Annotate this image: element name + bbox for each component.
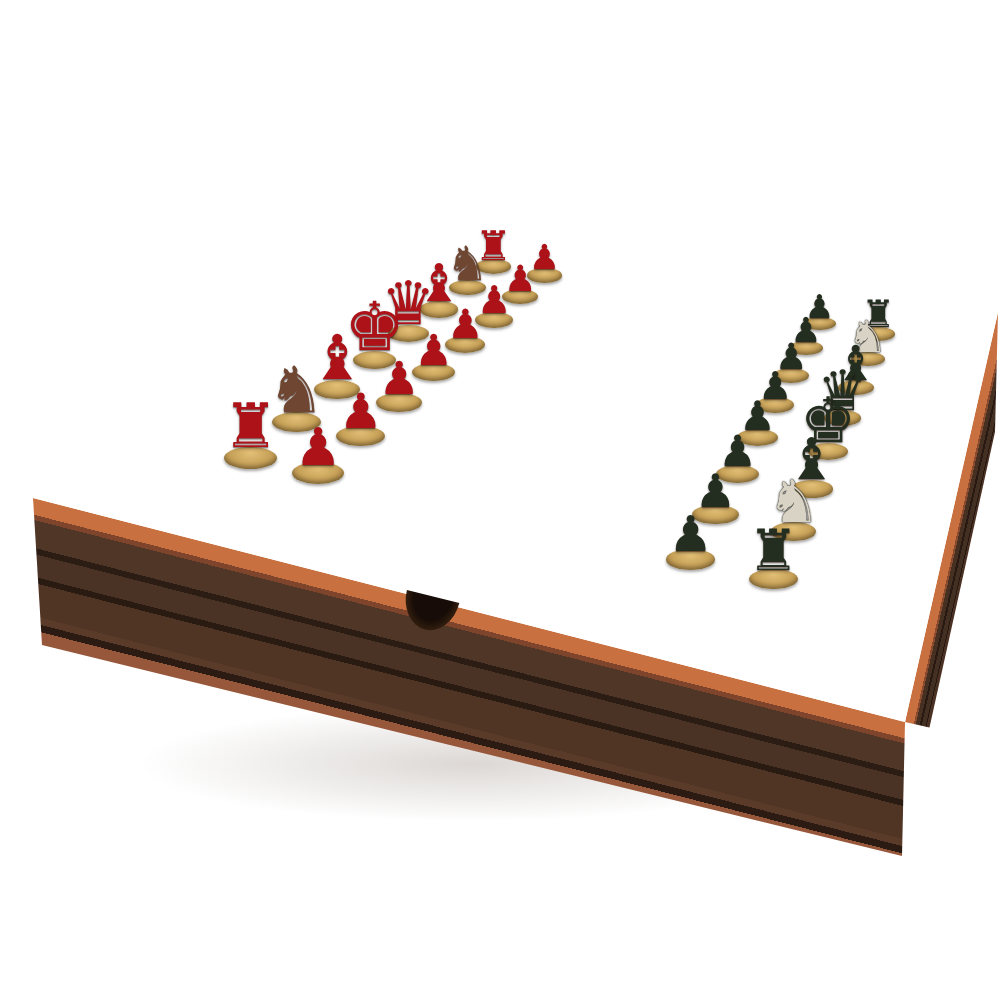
pawn-glyph: ♟ [721,340,861,373]
pawn-glyph: ♟ [705,368,845,403]
piece-base [502,289,538,304]
king-glyph: ♚ [304,296,444,358]
piece-base [824,410,862,426]
piece-base [771,522,816,541]
square-d6 [667,371,751,413]
piece-base [851,352,885,366]
piece-base [292,462,344,484]
pawn-glyph: ♟ [450,262,590,295]
square-h2 [261,446,374,501]
knight-glyph: ♞ [397,242,537,286]
piece-base [412,363,455,381]
square-e6 [644,400,733,447]
square-f6 [618,433,713,485]
square-a7 [784,307,855,341]
piece-base [376,393,422,412]
pawn-glyph: ♟ [645,470,785,512]
square-b4 [592,300,669,334]
square-e7 [713,413,801,461]
square-a4 [614,279,688,310]
piece-base [475,312,513,328]
piece-base [862,327,894,341]
knight-glyph: ♞ [724,475,864,529]
piece-base [314,380,360,399]
knight-glyph: ♞ [226,361,366,420]
square-b5 [649,310,726,345]
queen-glyph: ♛ [773,365,913,416]
square-d3 [480,337,567,376]
square-f8 [766,462,858,517]
square-g2 [308,411,414,461]
square-e4 [512,375,603,419]
piece-base [773,368,809,383]
piece-base [716,465,759,483]
finger-notch-far [646,247,685,262]
square-b7 [769,330,844,367]
piece-base [803,317,836,331]
square-b6 [708,320,784,356]
bishop-glyph: ♝ [786,341,926,385]
pawn-glyph: ♟ [668,432,808,472]
square-a5 [669,288,742,320]
square-d2 [421,326,509,363]
queen-glyph: ♛ [338,276,478,331]
piece-base [476,259,511,274]
pawn-glyph: ♟ [749,292,889,322]
square-a6 [726,297,798,330]
square-c7 [752,355,831,395]
square-b3 [536,290,614,323]
piece-base [737,429,778,446]
pawn-glyph: ♟ [248,423,388,471]
square-f7 [691,447,785,500]
pawn-glyph: ♟ [687,398,827,435]
square-c8 [817,367,895,408]
piece-base [791,480,834,498]
square-c1 [397,293,481,326]
square-c3 [509,313,591,348]
square-g4 [444,439,548,492]
square-b2 [481,281,560,313]
square-a2 [507,261,582,290]
rook-glyph: ♜ [181,398,321,455]
square-g3 [375,425,480,476]
square-g7 [665,484,765,544]
piece-base [272,412,321,433]
bishop-glyph: ♝ [742,434,882,487]
square-g5 [515,454,618,509]
square-g1 [243,398,350,446]
piece-base [420,301,459,317]
square-e5 [577,388,668,433]
square-c4 [567,323,649,359]
square-e3 [449,363,541,405]
square-a1 [456,253,532,281]
scene: ♜♞♝♛♚♝♞♜♟♟♟♟♟♟♟♟♟♟♟♟♟♟♟♟♜♞♝♛♚♝♞♜ [0,0,1000,1000]
square-a8 [843,317,913,352]
square-d5 [603,359,688,400]
piece-base [336,426,385,446]
square-f2 [350,380,449,425]
pawn-glyph: ♟ [474,242,614,274]
square-d4 [541,348,627,388]
piece-base [449,280,486,295]
square-e8 [784,427,871,477]
bishop-glyph: ♝ [369,260,509,308]
square-h4 [404,476,515,535]
piece-base [692,505,738,524]
square-f4 [480,406,577,454]
square-c2 [452,303,535,337]
piece-base [789,341,823,355]
piece-base [527,268,561,282]
square-d8 [801,395,883,440]
square-c6 [689,344,769,383]
square-d7 [734,383,817,427]
pawn-glyph: ♟ [395,306,535,343]
square-g6 [589,469,691,526]
square-b1 [428,272,507,303]
square-f1 [287,368,387,411]
king-glyph: ♚ [758,392,898,450]
piece-base [808,443,848,460]
square-a3 [560,270,634,300]
square-e2 [387,352,480,393]
bishop-glyph: ♝ [267,330,407,387]
piece-base [838,380,874,395]
square-c5 [627,333,708,371]
square-f3 [414,393,512,439]
pawn-glyph: ♟ [329,358,469,400]
rook-glyph: ♜ [423,228,563,266]
knight-glyph: ♞ [798,317,938,358]
square-b8 [831,340,905,378]
pawn-glyph: ♟ [424,283,564,318]
square-h1 [194,431,308,484]
pawn-glyph: ♟ [364,331,504,370]
square-e1 [328,341,422,381]
piece-base [388,325,429,342]
piece-base [353,351,396,369]
pawn-glyph: ♟ [736,315,876,347]
pawn-glyph: ♟ [291,389,431,434]
square-d1 [364,316,452,352]
square-f5 [548,419,644,469]
piece-base [224,447,277,469]
rook-glyph: ♜ [809,297,949,332]
piece-base [445,336,485,353]
piece-base [756,397,794,413]
square-h3 [331,461,444,518]
